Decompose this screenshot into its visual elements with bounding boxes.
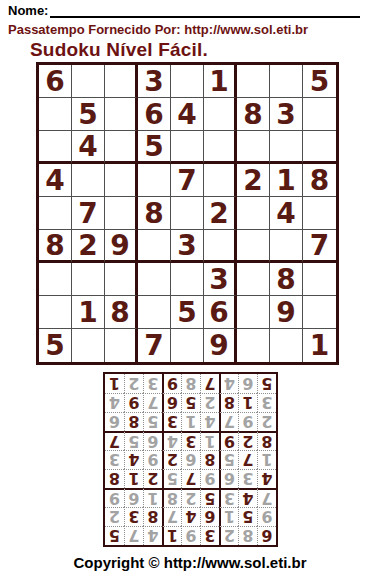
solution-cell-r8c1: 3 xyxy=(257,393,276,412)
puzzle-cell-r5c6: 2 xyxy=(204,197,237,230)
solution-cell-r7c8: 8 xyxy=(124,412,143,431)
puzzle-cell-r5c5[interactable] xyxy=(171,197,204,230)
puzzle-cell-r7c6: 3 xyxy=(204,263,237,296)
puzzle-cell-r8c5: 5 xyxy=(171,296,204,329)
solution-cell-r4c2: 3 xyxy=(238,469,257,488)
solution-cell-r3c4: 5 xyxy=(200,488,219,507)
puzzle-cell-r9c5[interactable] xyxy=(171,329,204,362)
solution-cell-r7c7: 5 xyxy=(143,412,162,431)
puzzle-cell-r9c1: 5 xyxy=(39,329,72,362)
solution-cell-r8c5: 5 xyxy=(181,393,200,412)
solution-cell-r2c5: 4 xyxy=(181,507,200,526)
solution-cell-r1c9: 5 xyxy=(105,526,124,545)
puzzle-cell-r7c4[interactable] xyxy=(138,263,171,296)
page-title: Sudoku Nível Fácil. xyxy=(30,39,208,61)
puzzle-cell-r3c5[interactable] xyxy=(171,131,204,164)
solution-cell-r4c4: 9 xyxy=(200,469,219,488)
puzzle-cell-r8c9[interactable] xyxy=(303,296,336,329)
solution-cell-r4c1: 4 xyxy=(257,469,276,488)
puzzle-cell-r7c2[interactable] xyxy=(72,263,105,296)
solution-cell-r6c8: 5 xyxy=(124,431,143,450)
solution-cell-r1c7: 4 xyxy=(143,526,162,545)
puzzle-cell-r1c1: 6 xyxy=(39,65,72,98)
puzzle-cell-r8c7[interactable] xyxy=(237,296,270,329)
solution-cell-r5c4: 8 xyxy=(200,450,219,469)
solution-cell-r5c8: 4 xyxy=(124,450,143,469)
solution-cell-r8c9: 4 xyxy=(105,393,124,412)
name-row: Nome: xyxy=(8,3,360,18)
solution-cell-r5c7: 9 xyxy=(143,450,162,469)
sudoku-solution-grid-upside-down: 6823914759516478327435281694369752181758… xyxy=(103,372,278,547)
solution-cell-r6c3: 9 xyxy=(219,431,238,450)
solution-cell-r9c4: 7 xyxy=(200,374,219,393)
solution-cell-r3c2: 4 xyxy=(238,488,257,507)
solution-cell-r2c3: 1 xyxy=(219,507,238,526)
solution-cell-r4c7: 2 xyxy=(143,469,162,488)
solution-cell-r4c3: 6 xyxy=(219,469,238,488)
solution-cell-r6c9: 7 xyxy=(105,431,124,450)
solution-cell-r9c2: 6 xyxy=(238,374,257,393)
puzzle-cell-r3c3[interactable] xyxy=(105,131,138,164)
solution-cell-r7c2: 9 xyxy=(238,412,257,431)
puzzle-cell-r3c6[interactable] xyxy=(204,131,237,164)
puzzle-cell-r4c2[interactable] xyxy=(72,164,105,197)
solution-cell-r7c6: 3 xyxy=(162,412,181,431)
solution-cell-r9c5: 8 xyxy=(181,374,200,393)
puzzle-cell-r1c3[interactable] xyxy=(105,65,138,98)
puzzle-cell-r4c9: 8 xyxy=(303,164,336,197)
solution-cell-r1c2: 8 xyxy=(238,526,257,545)
puzzle-cell-r8c4[interactable] xyxy=(138,296,171,329)
solution-cell-r1c3: 2 xyxy=(219,526,238,545)
puzzle-cell-r2c6[interactable] xyxy=(204,98,237,131)
puzzle-cell-r4c4[interactable] xyxy=(138,164,171,197)
solution-cell-r8c7: 7 xyxy=(143,393,162,412)
solution-cell-r6c1: 8 xyxy=(257,431,276,450)
puzzle-cell-r3c8[interactable] xyxy=(270,131,303,164)
name-blank-line xyxy=(50,3,360,18)
solution-cell-r1c6: 1 xyxy=(162,526,181,545)
solution-cell-r5c1: 1 xyxy=(257,450,276,469)
puzzle-cell-r6c6[interactable] xyxy=(204,230,237,263)
provided-by-text: Passatempo Fornecido Por: http://www.sol… xyxy=(8,22,308,37)
name-label: Nome: xyxy=(8,3,48,18)
solution-cell-r1c5: 9 xyxy=(181,526,200,545)
puzzle-cell-r7c3[interactable] xyxy=(105,263,138,296)
puzzle-cell-r8c8: 9 xyxy=(270,296,303,329)
solution-cell-r5c3: 5 xyxy=(219,450,238,469)
puzzle-cell-r3c1[interactable] xyxy=(39,131,72,164)
puzzle-cell-r3c7[interactable] xyxy=(237,131,270,164)
solution-cell-r5c9: 3 xyxy=(105,450,124,469)
solution-cell-r6c7: 6 xyxy=(143,431,162,450)
solution-cell-r8c6: 6 xyxy=(162,393,181,412)
solution-cell-r9c9: 1 xyxy=(105,374,124,393)
solution-cell-r4c8: 1 xyxy=(124,469,143,488)
puzzle-cell-r6c2: 2 xyxy=(72,230,105,263)
puzzle-cell-r9c8[interactable] xyxy=(270,329,303,362)
puzzle-cell-r6c3: 9 xyxy=(105,230,138,263)
solution-cell-r3c9: 9 xyxy=(105,488,124,507)
puzzle-cell-r1c6: 1 xyxy=(204,65,237,98)
solution-cell-r3c5: 2 xyxy=(181,488,200,507)
puzzle-cell-r1c4: 3 xyxy=(138,65,171,98)
puzzle-cell-r8c6: 6 xyxy=(204,296,237,329)
solution-cell-r8c2: 1 xyxy=(238,393,257,412)
puzzle-cell-r2c1[interactable] xyxy=(39,98,72,131)
puzzle-cell-r6c8[interactable] xyxy=(270,230,303,263)
solution-cell-r5c5: 6 xyxy=(181,450,200,469)
solution-cell-r9c6: 9 xyxy=(162,374,181,393)
puzzle-cell-r1c2[interactable] xyxy=(72,65,105,98)
puzzle-cell-r2c4: 6 xyxy=(138,98,171,131)
puzzle-cell-r2c9[interactable] xyxy=(303,98,336,131)
solution-cell-r3c6: 8 xyxy=(162,488,181,507)
puzzle-cell-r5c8: 4 xyxy=(270,197,303,230)
solution-cell-r6c6: 4 xyxy=(162,431,181,450)
solution-cell-r5c6: 2 xyxy=(162,450,181,469)
puzzle-cell-r7c9[interactable] xyxy=(303,263,336,296)
puzzle-cell-r2c7: 8 xyxy=(237,98,270,131)
puzzle-cell-r9c6: 9 xyxy=(204,329,237,362)
solution-cell-r8c8: 9 xyxy=(124,393,143,412)
puzzle-cell-r3c9[interactable] xyxy=(303,131,336,164)
puzzle-cell-r4c3[interactable] xyxy=(105,164,138,197)
puzzle-cell-r8c1[interactable] xyxy=(39,296,72,329)
solution-cell-r2c4: 6 xyxy=(200,507,219,526)
puzzle-cell-r7c1[interactable] xyxy=(39,263,72,296)
puzzle-cell-r6c4[interactable] xyxy=(138,230,171,263)
solution-cell-r6c2: 2 xyxy=(238,431,257,450)
puzzle-cell-r9c2[interactable] xyxy=(72,329,105,362)
puzzle-cell-r6c5: 3 xyxy=(171,230,204,263)
solution-cell-r9c3: 4 xyxy=(219,374,238,393)
puzzle-cell-r1c8[interactable] xyxy=(270,65,303,98)
solution-cell-r2c1: 9 xyxy=(257,507,276,526)
puzzle-cell-r2c8: 3 xyxy=(270,98,303,131)
solution-cell-r7c3: 7 xyxy=(219,412,238,431)
solution-cell-r9c7: 3 xyxy=(143,374,162,393)
puzzle-cell-r5c4: 8 xyxy=(138,197,171,230)
puzzle-cell-r5c3[interactable] xyxy=(105,197,138,230)
solution-cell-r4c5: 7 xyxy=(181,469,200,488)
puzzle-cell-r2c2: 5 xyxy=(72,98,105,131)
puzzle-cell-r1c7[interactable] xyxy=(237,65,270,98)
puzzle-cell-r7c8: 8 xyxy=(270,263,303,296)
puzzle-cell-r4c5: 7 xyxy=(171,164,204,197)
puzzle-cell-r8c2: 1 xyxy=(72,296,105,329)
puzzle-cell-r1c5[interactable] xyxy=(171,65,204,98)
solution-cell-r6c4: 1 xyxy=(200,431,219,450)
solution-cell-r2c2: 5 xyxy=(238,507,257,526)
solution-cell-r7c4: 4 xyxy=(200,412,219,431)
solution-cell-r7c1: 2 xyxy=(257,412,276,431)
puzzle-cell-r2c5: 4 xyxy=(171,98,204,131)
solution-cell-r3c7: 1 xyxy=(143,488,162,507)
solution-cell-r4c9: 8 xyxy=(105,469,124,488)
solution-cell-r1c4: 3 xyxy=(200,526,219,545)
solution-cell-r9c1: 5 xyxy=(257,374,276,393)
puzzle-cell-r5c2: 7 xyxy=(72,197,105,230)
solution-cell-r6c5: 3 xyxy=(181,431,200,450)
solution-cell-r7c5: 1 xyxy=(181,412,200,431)
sudoku-puzzle-grid: 631556483454721878248293738185695791 xyxy=(36,62,339,365)
solution-cell-r1c1: 6 xyxy=(257,526,276,545)
solution-cell-r3c3: 3 xyxy=(219,488,238,507)
puzzle-cell-r6c9: 7 xyxy=(303,230,336,263)
solution-cell-r9c8: 2 xyxy=(124,374,143,393)
puzzle-cell-r5c7[interactable] xyxy=(237,197,270,230)
puzzle-cell-r4c1: 4 xyxy=(39,164,72,197)
puzzle-cell-r5c9[interactable] xyxy=(303,197,336,230)
puzzle-cell-r3c2: 4 xyxy=(72,131,105,164)
puzzle-cell-r4c8: 1 xyxy=(270,164,303,197)
puzzle-cell-r1c9: 5 xyxy=(303,65,336,98)
solution-cell-r3c1: 7 xyxy=(257,488,276,507)
puzzle-cell-r3c4: 5 xyxy=(138,131,171,164)
puzzle-cell-r9c7[interactable] xyxy=(237,329,270,362)
puzzle-cell-r4c6[interactable] xyxy=(204,164,237,197)
solution-cell-r7c9: 6 xyxy=(105,412,124,431)
solution-cell-r2c8: 3 xyxy=(124,507,143,526)
solution-cell-r8c3: 8 xyxy=(219,393,238,412)
puzzle-cell-r7c5[interactable] xyxy=(171,263,204,296)
copyright-text: Copyright © http://www.sol.eti.br xyxy=(0,554,380,571)
puzzle-cell-r6c7[interactable] xyxy=(237,230,270,263)
puzzle-cell-r4c7: 2 xyxy=(237,164,270,197)
puzzle-cell-r9c9: 1 xyxy=(303,329,336,362)
puzzle-cell-r9c3[interactable] xyxy=(105,329,138,362)
solution-cell-r2c9: 2 xyxy=(105,507,124,526)
solution-cell-r3c8: 6 xyxy=(124,488,143,507)
puzzle-cell-r8c3: 8 xyxy=(105,296,138,329)
puzzle-cell-r9c4: 7 xyxy=(138,329,171,362)
puzzle-cell-r7c7[interactable] xyxy=(237,263,270,296)
solution-cell-r2c7: 8 xyxy=(143,507,162,526)
solution-cell-r8c4: 2 xyxy=(200,393,219,412)
solution-cell-r4c6: 5 xyxy=(162,469,181,488)
puzzle-cell-r5c1[interactable] xyxy=(39,197,72,230)
puzzle-cell-r6c1: 8 xyxy=(39,230,72,263)
solution-cell-r1c8: 7 xyxy=(124,526,143,545)
solution-cell-r2c6: 7 xyxy=(162,507,181,526)
puzzle-cell-r2c3[interactable] xyxy=(105,98,138,131)
solution-cell-r5c2: 7 xyxy=(238,450,257,469)
